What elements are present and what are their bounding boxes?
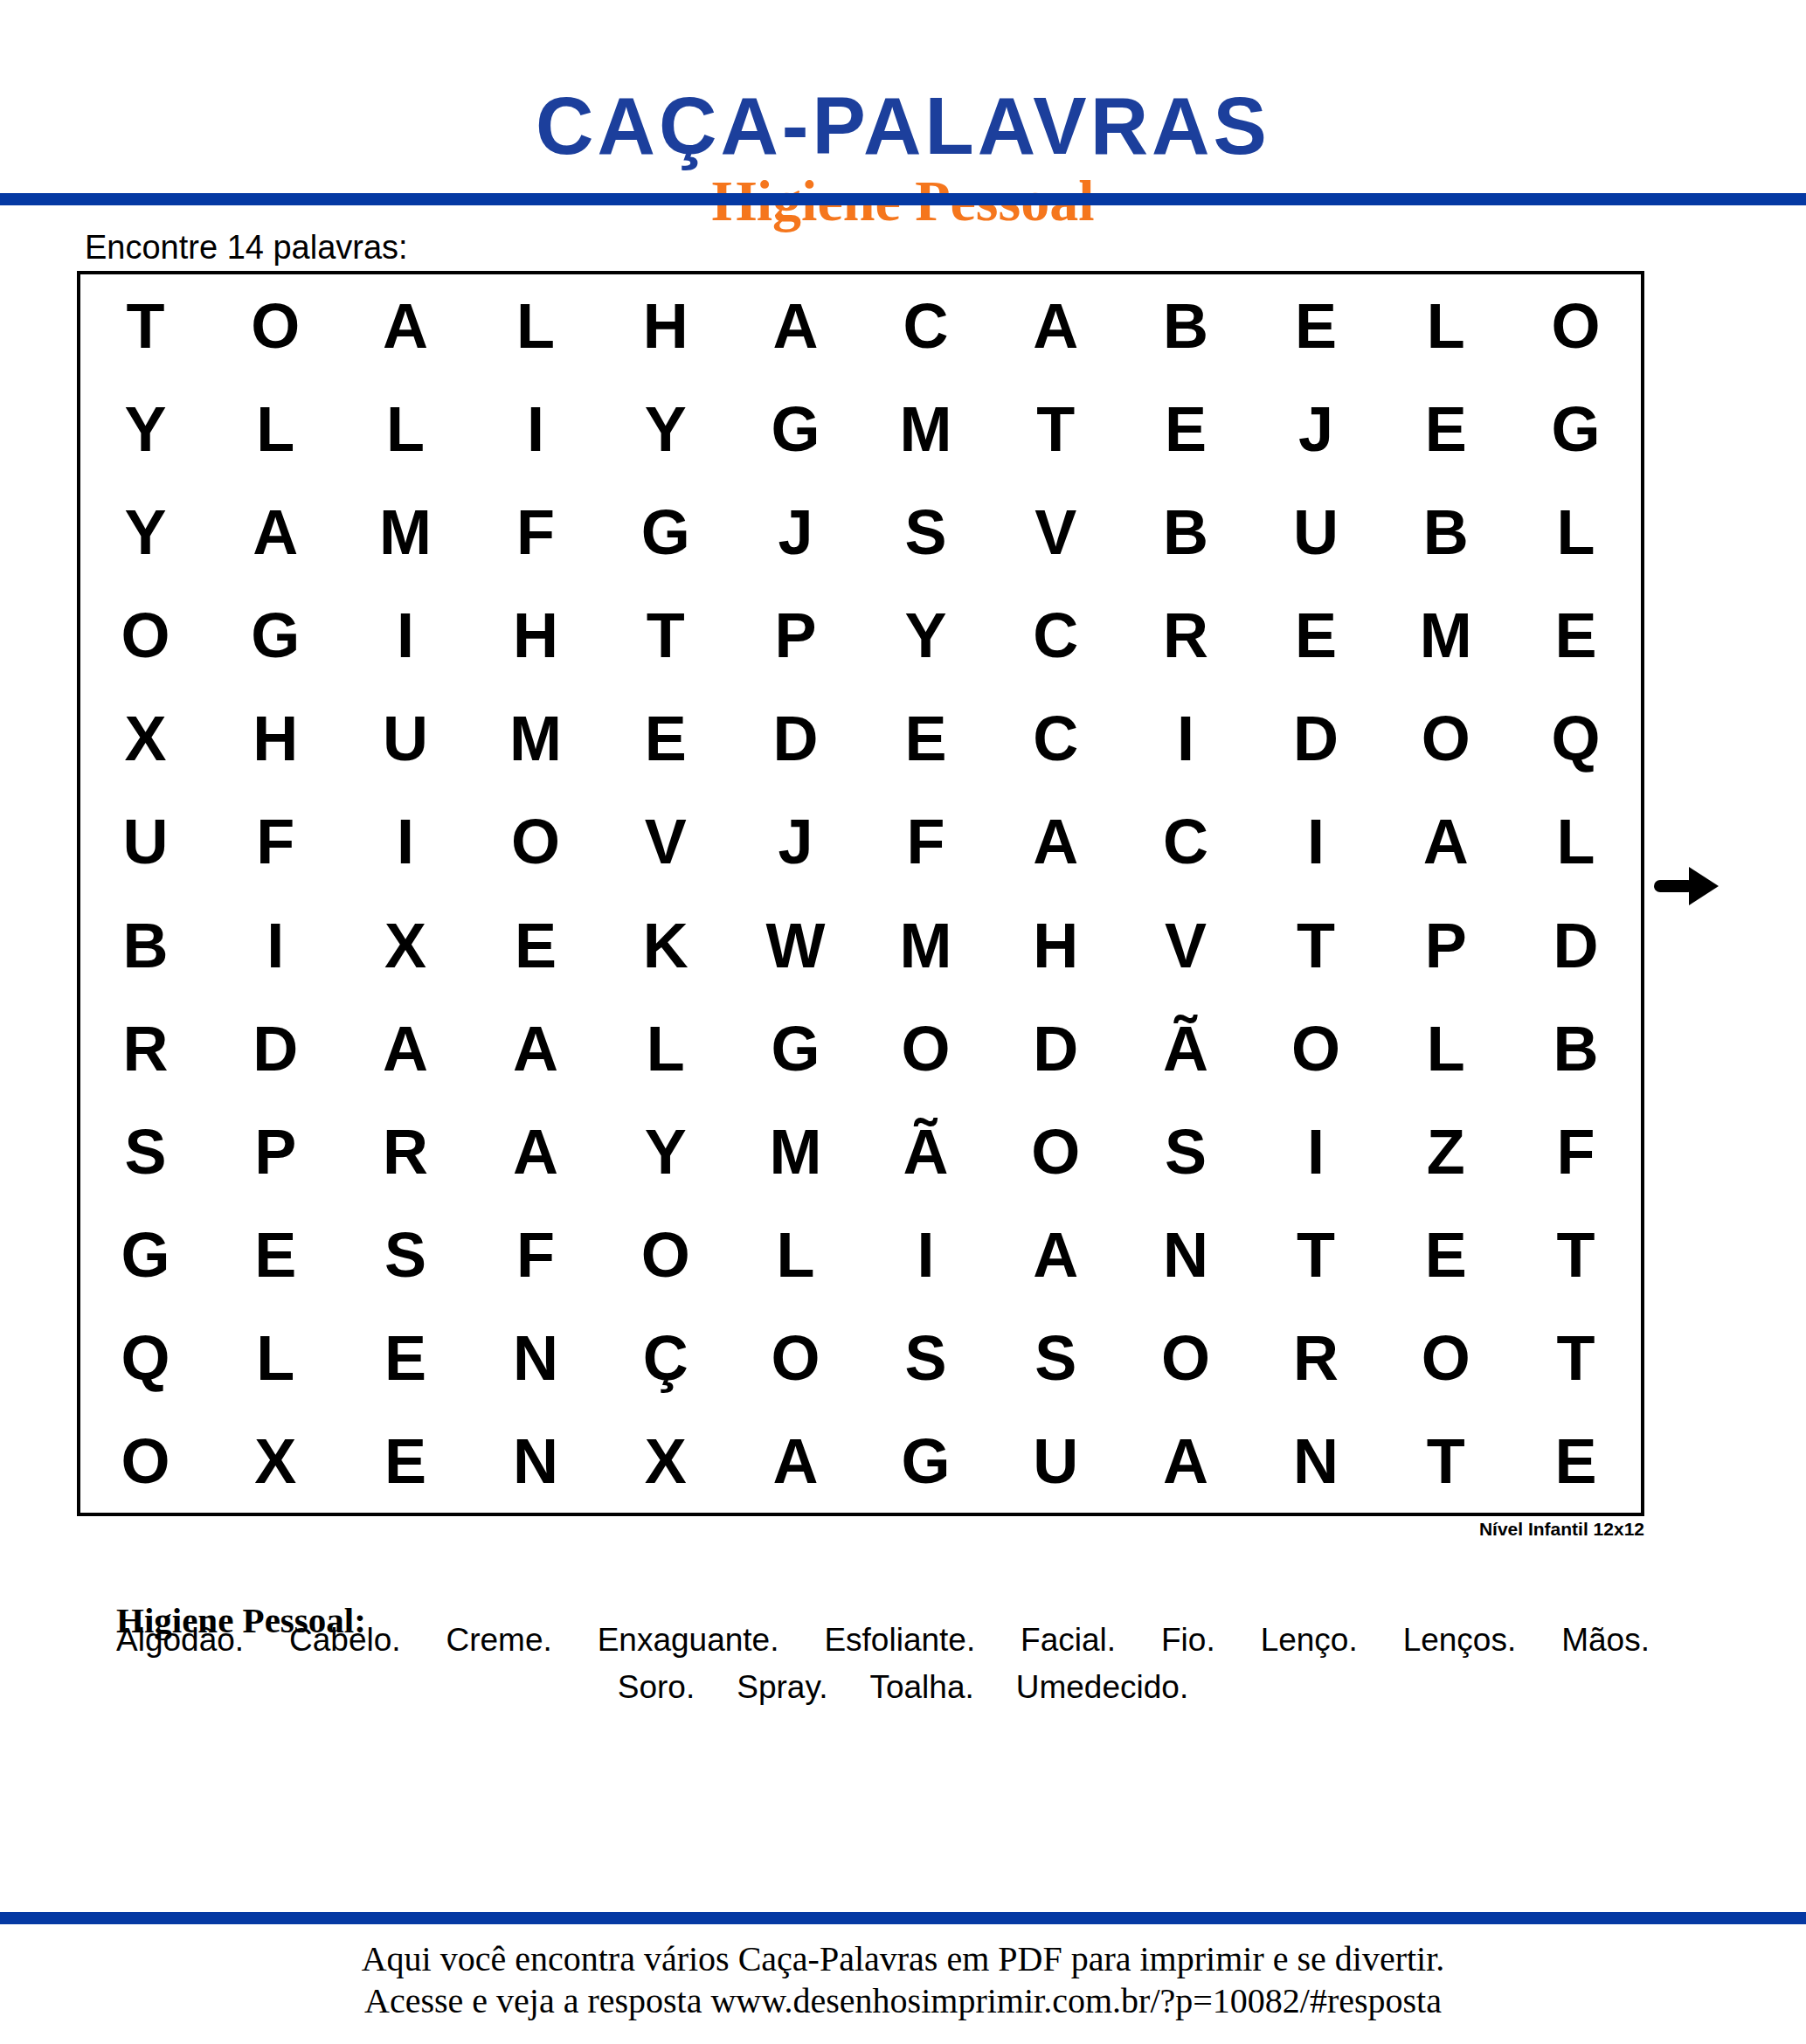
grid-cell[interactable]: U [991,1410,1121,1513]
grid-cell[interactable]: R [1121,584,1251,687]
top-divider-bar [0,193,1806,205]
grid-cell[interactable]: L [1511,481,1641,584]
grid-cell[interactable]: M [730,1100,861,1203]
grid-cell[interactable]: A [730,274,861,378]
grid-cell[interactable]: Y [80,481,211,584]
word-item: Soro. [618,1671,695,1703]
grid-cell[interactable]: C [991,687,1121,790]
grid-cell[interactable]: U [341,687,471,790]
grid-cell[interactable]: E [1380,1203,1511,1306]
grid-cell[interactable]: L [211,378,341,481]
grid-cell[interactable]: F [470,1203,600,1306]
grid-cell[interactable]: O [470,790,600,893]
word-item: Fio. [1161,1624,1215,1656]
grid-cell[interactable]: O [1380,1306,1511,1410]
grid-cell[interactable]: O [1511,274,1641,378]
grid-cell[interactable]: Ã [861,1100,991,1203]
grid-cell[interactable]: L [1511,790,1641,893]
grid-cell[interactable]: D [991,997,1121,1100]
grid-cell[interactable]: A [991,1203,1121,1306]
grid-cell[interactable]: T [1250,1203,1380,1306]
grid-cell[interactable]: O [80,584,211,687]
grid-cell[interactable]: X [211,1410,341,1513]
grid-cell[interactable]: J [730,790,861,893]
grid-cell[interactable]: A [470,1100,600,1203]
grid-cell[interactable]: M [470,687,600,790]
grid-cell[interactable]: E [211,1203,341,1306]
grid-cell[interactable]: H [211,687,341,790]
grid-cell[interactable]: A [211,481,341,584]
word-list-line-1: Algodão.Cabelo.Creme.Enxaguante.Esfolian… [116,1624,1650,1656]
grid-cell[interactable]: P [730,584,861,687]
grid-cell[interactable]: D [1511,894,1641,997]
word-item: Lenços. [1403,1624,1517,1656]
word-item: Mãos. [1561,1624,1650,1656]
grid-cell[interactable]: Ã [1121,997,1251,1100]
grid-cell[interactable]: A [341,997,471,1100]
grid-cell[interactable]: I [470,378,600,481]
grid-cell[interactable]: D [211,997,341,1100]
grid-cell[interactable]: J [1250,378,1380,481]
word-item: Algodão. [116,1624,244,1656]
grid-cell[interactable]: A [470,997,600,1100]
footer-line-1: Aqui você encontra vários Caça-Palavras … [0,1942,1806,1977]
grid-cell[interactable]: R [80,997,211,1100]
grid-cell[interactable]: E [1380,378,1511,481]
grid-cell[interactable]: I [861,1203,991,1306]
grid-cell[interactable]: M [341,481,471,584]
grid-cell[interactable]: O [730,1306,861,1410]
grid-cell[interactable]: B [80,894,211,997]
grid-cell[interactable]: I [1250,790,1380,893]
grid-cell[interactable]: O [1250,997,1380,1100]
grid-cell[interactable]: E [1250,584,1380,687]
grid-cell[interactable]: H [470,584,600,687]
grid-cell[interactable]: L [211,1306,341,1410]
grid-cell[interactable]: R [1250,1306,1380,1410]
grid-cell[interactable]: F [211,790,341,893]
word-item: Spray. [737,1671,827,1703]
grid-cell[interactable]: K [600,894,730,997]
grid-cell[interactable]: N [1121,1203,1251,1306]
instruction-text: Encontre 14 palavras: [85,231,408,264]
grid-cell[interactable]: G [861,1410,991,1513]
grid-cell[interactable]: U [1250,481,1380,584]
grid-cell[interactable]: F [1511,1100,1641,1203]
grid-cell[interactable]: O [991,1100,1121,1203]
grid-cell[interactable]: Y [600,378,730,481]
grid-cell[interactable]: E [470,894,600,997]
grid-cell[interactable]: R [341,1100,471,1203]
grid-cell[interactable]: Y [80,378,211,481]
grid-cell[interactable]: G [1511,378,1641,481]
grid-cell[interactable]: Y [861,584,991,687]
grid-cell[interactable]: A [1380,790,1511,893]
grid-cell[interactable]: H [600,274,730,378]
word-item: Enxaguante. [598,1624,779,1656]
grid-cell[interactable]: S [1121,1100,1251,1203]
grid-cell[interactable]: B [1121,274,1251,378]
grid-cell[interactable]: U [80,790,211,893]
word-item: Creme. [446,1624,551,1656]
grid-cell[interactable]: V [1121,894,1251,997]
arrow-head [1689,867,1719,905]
grid-cell[interactable]: Q [80,1306,211,1410]
grid-cell[interactable]: N [1250,1410,1380,1513]
grid-cell[interactable]: O [80,1410,211,1513]
grid-cell[interactable]: A [341,274,471,378]
grid-cell[interactable]: X [600,1410,730,1513]
grid-level-caption: Nível Infantil 12x12 [77,1520,1644,1538]
grid-cell[interactable]: E [1121,378,1251,481]
grid-cell[interactable]: Z [1380,1100,1511,1203]
grid-cell[interactable]: M [861,894,991,997]
grid-cell[interactable]: B [1380,481,1511,584]
grid-cell[interactable]: G [600,481,730,584]
word-search-grid: TOALHACABELOYLLIYGMTEJEGYAMFGJSVBUBLOGIH… [77,271,1644,1516]
grid-cell[interactable]: S [991,1306,1121,1410]
grid-cell[interactable]: G [730,997,861,1100]
grid-cell[interactable]: C [1121,790,1251,893]
grid-cell[interactable]: X [80,687,211,790]
footer-line-2: Acesse e veja a resposta www.desenhosimp… [0,1984,1806,2019]
grid-cell[interactable]: D [1250,687,1380,790]
grid-cell[interactable]: W [730,894,861,997]
word-list-line-2: Soro.Spray.Toalha.Umedecido. [0,1671,1806,1703]
grid-cell[interactable]: L [1380,997,1511,1100]
grid-cell[interactable]: O [600,1203,730,1306]
grid-cell[interactable]: A [730,1410,861,1513]
grid-cell[interactable]: E [861,687,991,790]
grid-cell[interactable]: X [341,894,471,997]
grid-cell[interactable]: A [991,790,1121,893]
grid-cell[interactable]: I [341,584,471,687]
grid-cell[interactable]: L [341,378,471,481]
grid-cell[interactable]: S [861,481,991,584]
grid-cell[interactable]: I [1121,687,1251,790]
grid-cell[interactable]: B [1121,481,1251,584]
word-item: Cabelo. [289,1624,401,1656]
grid-cell[interactable]: E [1511,584,1641,687]
grid-cell[interactable]: T [1511,1203,1641,1306]
grid-cell[interactable]: C [861,274,991,378]
grid-cell[interactable]: L [470,274,600,378]
grid-cell[interactable]: G [730,378,861,481]
grid-cell[interactable]: I [1250,1100,1380,1203]
worksheet-page: CAÇA-PALAVRAS Higiene Pessoal Encontre 1… [0,0,1806,2044]
grid-cell[interactable]: E [341,1410,471,1513]
grid-cell[interactable]: A [1121,1410,1251,1513]
grid-cell[interactable]: L [600,997,730,1100]
grid-cell[interactable]: T [991,378,1121,481]
grid-cell[interactable]: E [600,687,730,790]
grid-cell[interactable]: V [600,790,730,893]
grid-cell[interactable]: E [1511,1410,1641,1513]
grid-cell[interactable]: P [1380,894,1511,997]
word-item: Esfoliante. [824,1624,975,1656]
grid-cell[interactable]: S [80,1100,211,1203]
grid-cell[interactable]: S [341,1203,471,1306]
grid-cell[interactable]: F [470,481,600,584]
grid-cell[interactable]: I [341,790,471,893]
grid-cell[interactable]: O [1380,687,1511,790]
grid-cell[interactable]: O [861,997,991,1100]
word-item: Umedecido. [1016,1671,1188,1703]
grid-cell[interactable]: I [211,894,341,997]
grid-cell[interactable]: V [991,481,1121,584]
grid-cell[interactable]: Q [1511,687,1641,790]
grid-cell[interactable]: S [861,1306,991,1410]
grid-cell[interactable]: H [991,894,1121,997]
grid-cell[interactable]: G [80,1203,211,1306]
grid-cell[interactable]: A [991,274,1121,378]
grid-cell[interactable]: E [341,1306,471,1410]
grid-cell[interactable]: B [1511,997,1641,1100]
grid-cell[interactable]: N [470,1410,600,1513]
word-item: Toalha. [869,1671,973,1703]
grid-cell[interactable]: L [1380,274,1511,378]
grid-cell[interactable]: T [1380,1410,1511,1513]
grid-cell[interactable]: E [1250,274,1380,378]
grid-cell[interactable]: T [600,584,730,687]
bottom-divider-bar [0,1912,1806,1924]
page-title: CAÇA-PALAVRAS [0,86,1806,166]
grid-cell[interactable]: M [861,378,991,481]
grid-cell[interactable]: L [730,1203,861,1306]
grid-cell[interactable]: T [80,274,211,378]
word-item: Lenço. [1261,1624,1358,1656]
grid-cell[interactable]: Ç [600,1306,730,1410]
grid-cell[interactable]: T [1511,1306,1641,1410]
grid-cell[interactable]: G [211,584,341,687]
grid-cell[interactable]: N [470,1306,600,1410]
grid-cell[interactable]: C [991,584,1121,687]
grid-cell[interactable]: O [1121,1306,1251,1410]
grid-cell[interactable]: J [730,481,861,584]
grid-cell[interactable]: Y [600,1100,730,1203]
word-item: Facial. [1021,1624,1116,1656]
grid-cell[interactable]: D [730,687,861,790]
grid-cell[interactable]: P [211,1100,341,1203]
right-arrow-icon [1654,861,1722,910]
grid-cell[interactable]: O [211,274,341,378]
grid-cell[interactable]: F [861,790,991,893]
grid-cell[interactable]: M [1380,584,1511,687]
grid-cell[interactable]: T [1250,894,1380,997]
